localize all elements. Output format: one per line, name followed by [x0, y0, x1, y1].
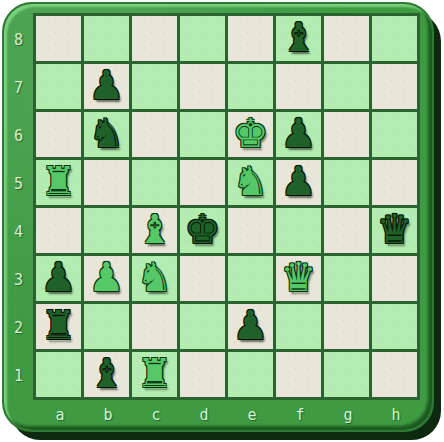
- square-g7[interactable]: [324, 64, 369, 109]
- piece-black-queen[interactable]: ♛: [377, 207, 413, 252]
- piece-black-bishop[interactable]: ♝: [89, 351, 125, 396]
- square-g1[interactable]: [324, 352, 369, 397]
- file-labels: abcdefgh: [36, 399, 420, 430]
- file-label-e: e: [228, 399, 276, 430]
- square-f4[interactable]: [276, 208, 321, 253]
- square-f7[interactable]: [276, 64, 321, 109]
- rank-label-5: 5: [4, 160, 33, 208]
- square-c5[interactable]: [132, 160, 177, 205]
- square-g8[interactable]: [324, 16, 369, 61]
- square-g3[interactable]: [324, 256, 369, 301]
- rank-label-6: 6: [4, 112, 33, 160]
- rank-label-1: 1: [4, 352, 33, 400]
- square-h6[interactable]: [372, 112, 417, 157]
- square-e7[interactable]: [228, 64, 273, 109]
- square-e6[interactable]: ♚: [228, 112, 273, 157]
- square-g5[interactable]: [324, 160, 369, 205]
- square-b3[interactable]: ♟: [84, 256, 129, 301]
- square-h7[interactable]: [372, 64, 417, 109]
- square-c3[interactable]: ♞: [132, 256, 177, 301]
- square-h2[interactable]: [372, 304, 417, 349]
- square-c2[interactable]: [132, 304, 177, 349]
- board: ♝♟♞♚♟♜♞♟♝♚♛♟♟♞♛♜♟♝♜: [33, 13, 420, 400]
- piece-black-pawn[interactable]: ♟: [281, 111, 317, 156]
- square-d5[interactable]: [180, 160, 225, 205]
- chessboard-app: 87654321 abcdefgh ♝♟♞♚♟♜♞♟♝♚♛♟♟♞♛♜♟♝♜: [0, 0, 444, 442]
- piece-white-bishop[interactable]: ♝: [137, 207, 173, 252]
- square-c7[interactable]: [132, 64, 177, 109]
- square-d6[interactable]: [180, 112, 225, 157]
- square-f5[interactable]: ♟: [276, 160, 321, 205]
- square-h5[interactable]: [372, 160, 417, 205]
- piece-black-pawn[interactable]: ♟: [281, 159, 317, 204]
- square-g4[interactable]: [324, 208, 369, 253]
- square-c4[interactable]: ♝: [132, 208, 177, 253]
- piece-black-pawn[interactable]: ♟: [233, 303, 269, 348]
- square-a5[interactable]: ♜: [36, 160, 81, 205]
- rank-labels: 87654321: [4, 16, 33, 400]
- square-f3[interactable]: ♛: [276, 256, 321, 301]
- square-f8[interactable]: ♝: [276, 16, 321, 61]
- square-b7[interactable]: ♟: [84, 64, 129, 109]
- piece-white-rook[interactable]: ♜: [137, 351, 173, 396]
- piece-black-rook[interactable]: ♜: [41, 303, 77, 348]
- square-c1[interactable]: ♜: [132, 352, 177, 397]
- file-label-g: g: [324, 399, 372, 430]
- square-c6[interactable]: [132, 112, 177, 157]
- file-label-c: c: [132, 399, 180, 430]
- square-a1[interactable]: [36, 352, 81, 397]
- square-a3[interactable]: ♟: [36, 256, 81, 301]
- square-e3[interactable]: [228, 256, 273, 301]
- file-label-f: f: [276, 399, 324, 430]
- square-h4[interactable]: ♛: [372, 208, 417, 253]
- square-f6[interactable]: ♟: [276, 112, 321, 157]
- square-d3[interactable]: [180, 256, 225, 301]
- piece-white-king[interactable]: ♚: [233, 111, 269, 156]
- file-label-a: a: [36, 399, 84, 430]
- square-d7[interactable]: [180, 64, 225, 109]
- piece-black-pawn[interactable]: ♟: [89, 63, 125, 108]
- piece-white-pawn[interactable]: ♟: [89, 255, 125, 300]
- square-e1[interactable]: [228, 352, 273, 397]
- square-h1[interactable]: [372, 352, 417, 397]
- square-a8[interactable]: [36, 16, 81, 61]
- file-label-h: h: [372, 399, 420, 430]
- rank-label-7: 7: [4, 64, 33, 112]
- piece-black-pawn[interactable]: ♟: [41, 255, 77, 300]
- piece-white-knight[interactable]: ♞: [137, 255, 173, 300]
- square-h3[interactable]: [372, 256, 417, 301]
- square-b6[interactable]: ♞: [84, 112, 129, 157]
- piece-white-knight[interactable]: ♞: [233, 159, 269, 204]
- square-e4[interactable]: [228, 208, 273, 253]
- square-d4[interactable]: ♚: [180, 208, 225, 253]
- square-d1[interactable]: [180, 352, 225, 397]
- square-d8[interactable]: [180, 16, 225, 61]
- square-a2[interactable]: ♜: [36, 304, 81, 349]
- rank-label-3: 3: [4, 256, 33, 304]
- square-h8[interactable]: [372, 16, 417, 61]
- square-f1[interactable]: [276, 352, 321, 397]
- piece-black-king[interactable]: ♚: [185, 207, 221, 252]
- square-a6[interactable]: [36, 112, 81, 157]
- square-b2[interactable]: [84, 304, 129, 349]
- square-b5[interactable]: [84, 160, 129, 205]
- square-g6[interactable]: [324, 112, 369, 157]
- square-e8[interactable]: [228, 16, 273, 61]
- square-f2[interactable]: [276, 304, 321, 349]
- piece-black-knight[interactable]: ♞: [89, 111, 125, 156]
- piece-white-queen[interactable]: ♛: [281, 255, 317, 300]
- file-label-d: d: [180, 399, 228, 430]
- square-c8[interactable]: [132, 16, 177, 61]
- piece-white-rook[interactable]: ♜: [41, 159, 77, 204]
- piece-black-bishop[interactable]: ♝: [281, 15, 317, 60]
- square-b8[interactable]: [84, 16, 129, 61]
- square-b1[interactable]: ♝: [84, 352, 129, 397]
- square-a7[interactable]: [36, 64, 81, 109]
- square-e5[interactable]: ♞: [228, 160, 273, 205]
- square-b4[interactable]: [84, 208, 129, 253]
- file-label-b: b: [84, 399, 132, 430]
- rank-label-4: 4: [4, 208, 33, 256]
- rank-label-2: 2: [4, 304, 33, 352]
- square-g2[interactable]: [324, 304, 369, 349]
- rank-label-8: 8: [4, 16, 33, 64]
- square-a4[interactable]: [36, 208, 81, 253]
- square-d2[interactable]: [180, 304, 225, 349]
- square-e2[interactable]: ♟: [228, 304, 273, 349]
